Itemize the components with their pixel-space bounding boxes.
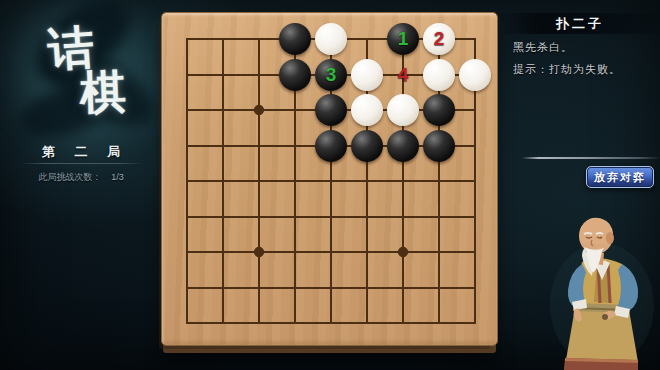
stone-white — [459, 59, 491, 91]
grid-line-h — [186, 180, 476, 182]
move-number-marker: 4 — [385, 57, 421, 93]
stone-black — [279, 59, 311, 91]
move-number-marker: 3 — [313, 57, 349, 93]
star-point — [252, 245, 266, 259]
left-panel-divider — [21, 163, 143, 164]
attempts-label: 此局挑战次数： — [38, 172, 101, 182]
grid-line-h — [186, 251, 476, 253]
grid-line-h — [186, 322, 476, 324]
attempts-counter: 此局挑战次数：1/3 — [0, 171, 162, 184]
right-panel: 扑二子 黑先杀白。 提示：打劫为失败。 放弃对弈 — [500, 0, 660, 370]
give-up-button[interactable]: 放弃对弈 — [586, 166, 654, 188]
game-screen: 诘 棋 第 二 局 此局挑战次数：1/3 1234 扑二子 黑先杀白。 提示：打… — [0, 0, 660, 370]
objective-text: 黑先杀白。 — [513, 40, 573, 55]
puzzle-title: 扑二子 — [556, 15, 604, 33]
stone-black — [279, 23, 311, 55]
round-label: 第 二 局 — [0, 143, 162, 161]
goban-board[interactable]: 1234 — [162, 13, 497, 345]
stone-black — [423, 94, 455, 126]
left-panel: 诘 棋 第 二 局 此局挑战次数：1/3 — [0, 0, 162, 370]
stone-black — [315, 94, 347, 126]
stone-black — [315, 130, 347, 162]
move-number-marker: 2 — [421, 21, 457, 57]
grid-line-h — [186, 287, 476, 289]
right-panel-divider — [522, 157, 660, 159]
attempts-value: 1/3 — [111, 172, 124, 182]
stone-black — [423, 130, 455, 162]
puzzle-title-banner: 扑二子 — [500, 13, 660, 34]
grid-line-h — [186, 216, 476, 218]
star-point — [252, 103, 266, 117]
stone-white — [315, 23, 347, 55]
hint-text: 提示：打劫为失败。 — [513, 62, 621, 77]
stone-white — [351, 94, 383, 126]
npc-old-man-character — [542, 210, 660, 370]
star-point — [396, 245, 410, 259]
calligraphy-title-char-2: 棋 — [79, 61, 127, 125]
stone-white — [387, 94, 419, 126]
move-number-marker: 1 — [385, 21, 421, 57]
stone-black — [387, 130, 419, 162]
stone-white — [423, 59, 455, 91]
stone-black — [351, 130, 383, 162]
stone-white — [351, 59, 383, 91]
